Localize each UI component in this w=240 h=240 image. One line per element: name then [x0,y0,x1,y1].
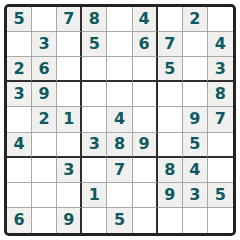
cell-r4c1[interactable]: 3 [7,82,32,107]
cell-r2c4[interactable]: 5 [82,32,107,57]
cell-r7c3[interactable]: 3 [57,158,82,183]
cell-r8c7[interactable]: 9 [158,183,183,208]
cell-r6c2[interactable] [32,133,57,158]
cell-r3c5[interactable] [107,57,132,82]
cell-r9c3[interactable]: 9 [57,208,82,233]
cell-r3c9[interactable]: 3 [208,57,233,82]
cell-r7c6[interactable] [133,158,158,183]
cell-r5c8[interactable]: 9 [183,107,208,132]
sudoku-app: 57842356742653398214974389537841935695 [0,0,240,240]
cell-r8c1[interactable] [7,183,32,208]
cell-r3c3[interactable] [57,57,82,82]
cell-r7c2[interactable] [32,158,57,183]
cell-r4c9[interactable]: 8 [208,82,233,107]
cell-r5c1[interactable] [7,107,32,132]
cell-r6c7[interactable] [158,133,183,158]
cell-r2c9[interactable]: 4 [208,32,233,57]
cell-r1c1[interactable]: 5 [7,7,32,32]
cell-r6c8[interactable]: 5 [183,133,208,158]
cell-r6c4[interactable]: 3 [82,133,107,158]
cell-r9c8[interactable] [183,208,208,233]
cell-r2c5[interactable] [107,32,132,57]
cell-r5c4[interactable] [82,107,107,132]
cell-r4c6[interactable] [133,82,158,107]
cell-r5c5[interactable]: 4 [107,107,132,132]
cell-r3c7[interactable]: 5 [158,57,183,82]
cell-r7c1[interactable] [7,158,32,183]
cell-r7c9[interactable] [208,158,233,183]
cell-r5c7[interactable] [158,107,183,132]
cell-r1c6[interactable]: 4 [133,7,158,32]
cell-r1c3[interactable]: 7 [57,7,82,32]
cell-r6c3[interactable] [57,133,82,158]
cell-r6c1[interactable]: 4 [7,133,32,158]
cell-r8c2[interactable] [32,183,57,208]
cell-r9c7[interactable] [158,208,183,233]
cell-r9c2[interactable] [32,208,57,233]
cell-r5c6[interactable] [133,107,158,132]
cell-r4c7[interactable] [158,82,183,107]
cell-r9c9[interactable] [208,208,233,233]
cell-r1c5[interactable] [107,7,132,32]
cell-r2c8[interactable] [183,32,208,57]
cell-r8c8[interactable]: 3 [183,183,208,208]
cell-r5c2[interactable]: 2 [32,107,57,132]
cell-r1c7[interactable] [158,7,183,32]
cell-r6c5[interactable]: 8 [107,133,132,158]
cell-r3c2[interactable]: 6 [32,57,57,82]
cell-r9c6[interactable] [133,208,158,233]
cell-r2c3[interactable] [57,32,82,57]
cell-r4c2[interactable]: 9 [32,82,57,107]
cell-r6c6[interactable]: 9 [133,133,158,158]
cell-r6c9[interactable] [208,133,233,158]
cell-r8c9[interactable]: 5 [208,183,233,208]
cell-r9c5[interactable]: 5 [107,208,132,233]
cell-r4c8[interactable] [183,82,208,107]
cell-r2c1[interactable] [7,32,32,57]
cell-r8c3[interactable] [57,183,82,208]
cell-r3c8[interactable] [183,57,208,82]
cell-r8c5[interactable] [107,183,132,208]
cell-r4c5[interactable] [107,82,132,107]
cell-r2c6[interactable]: 6 [133,32,158,57]
cell-r8c4[interactable]: 1 [82,183,107,208]
cell-r5c9[interactable]: 7 [208,107,233,132]
cell-r9c1[interactable]: 6 [7,208,32,233]
cell-r1c2[interactable] [32,7,57,32]
sudoku-board: 57842356742653398214974389537841935695 [4,4,236,236]
cell-r7c4[interactable] [82,158,107,183]
cell-r1c4[interactable]: 8 [82,7,107,32]
cell-r4c3[interactable] [57,82,82,107]
cell-r3c4[interactable] [82,57,107,82]
cell-r2c2[interactable]: 3 [32,32,57,57]
cell-r7c5[interactable]: 7 [107,158,132,183]
cell-r3c1[interactable]: 2 [7,57,32,82]
cell-r4c4[interactable] [82,82,107,107]
cell-r9c4[interactable] [82,208,107,233]
cell-r7c7[interactable]: 8 [158,158,183,183]
cell-r1c9[interactable] [208,7,233,32]
cell-r7c8[interactable]: 4 [183,158,208,183]
cell-r5c3[interactable]: 1 [57,107,82,132]
cell-r8c6[interactable] [133,183,158,208]
cell-r3c6[interactable] [133,57,158,82]
cell-r1c8[interactable]: 2 [183,7,208,32]
cell-r2c7[interactable]: 7 [158,32,183,57]
